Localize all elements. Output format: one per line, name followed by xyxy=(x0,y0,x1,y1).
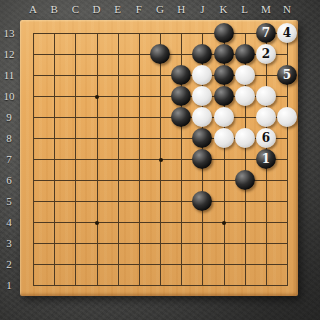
col-label-E: E xyxy=(110,2,126,16)
col-label-C: C xyxy=(67,2,83,16)
grid-line-horizontal xyxy=(33,285,288,286)
stone-white-L10[interactable] xyxy=(235,86,255,106)
row-label-1: 1 xyxy=(0,278,18,292)
move-number-label: 6 xyxy=(262,132,270,144)
row-label-13: 13 xyxy=(0,26,18,40)
star-point-D4 xyxy=(95,221,99,225)
stone-white-J11[interactable] xyxy=(192,65,212,85)
stone-black-J8[interactable] xyxy=(192,128,212,148)
stone-black-M7[interactable]: 1 xyxy=(256,149,276,169)
move-number-label: 4 xyxy=(283,27,291,39)
stone-black-G12[interactable] xyxy=(150,44,170,64)
row-label-8: 8 xyxy=(0,131,18,145)
stone-black-J12[interactable] xyxy=(192,44,212,64)
move-number-label: 1 xyxy=(262,153,270,165)
stone-white-K9[interactable] xyxy=(214,107,234,127)
row-label-11: 11 xyxy=(0,68,18,82)
grid-line-horizontal xyxy=(33,264,288,265)
stone-black-N11[interactable]: 5 xyxy=(277,65,297,85)
star-point-K4 xyxy=(222,221,226,225)
stone-white-M9[interactable] xyxy=(256,107,276,127)
col-label-D: D xyxy=(89,2,105,16)
stone-black-L6[interactable] xyxy=(235,170,255,190)
stone-white-K8[interactable] xyxy=(214,128,234,148)
grid-line-horizontal xyxy=(33,243,288,244)
stone-white-J9[interactable] xyxy=(192,107,212,127)
star-point-G7 xyxy=(159,158,163,162)
col-label-L: L xyxy=(237,2,253,16)
col-label-B: B xyxy=(46,2,62,16)
stone-black-J5[interactable] xyxy=(192,191,212,211)
stone-black-H11[interactable] xyxy=(171,65,191,85)
stone-black-K10[interactable] xyxy=(214,86,234,106)
move-number-label: 7 xyxy=(262,27,270,39)
stone-white-L11[interactable] xyxy=(235,65,255,85)
stone-black-J7[interactable] xyxy=(192,149,212,169)
col-label-F: F xyxy=(131,2,147,16)
col-label-N: N xyxy=(279,2,295,16)
row-label-6: 6 xyxy=(0,173,18,187)
row-label-12: 12 xyxy=(0,47,18,61)
col-label-M: M xyxy=(258,2,274,16)
stone-black-M13[interactable]: 7 xyxy=(256,23,276,43)
stone-white-L8[interactable] xyxy=(235,128,255,148)
move-number-label: 5 xyxy=(283,69,291,81)
col-label-A: A xyxy=(25,2,41,16)
row-label-7: 7 xyxy=(0,152,18,166)
stone-white-N13[interactable]: 4 xyxy=(277,23,297,43)
col-label-J: J xyxy=(194,2,210,16)
stone-white-M12[interactable]: 2 xyxy=(256,44,276,64)
stone-black-K13[interactable] xyxy=(214,23,234,43)
star-point-D10 xyxy=(95,95,99,99)
row-label-9: 9 xyxy=(0,110,18,124)
stone-white-N9[interactable] xyxy=(277,107,297,127)
stone-white-M10[interactable] xyxy=(256,86,276,106)
grid-line-horizontal xyxy=(33,222,288,223)
row-label-5: 5 xyxy=(0,194,18,208)
go-diagram: 751426 ABCDEFGHJKLMN13121110987654321 xyxy=(0,0,320,320)
stone-black-H10[interactable] xyxy=(171,86,191,106)
col-label-G: G xyxy=(152,2,168,16)
col-label-K: K xyxy=(216,2,232,16)
row-label-4: 4 xyxy=(0,215,18,229)
go-board[interactable]: 751426 xyxy=(20,20,298,296)
stone-black-H9[interactable] xyxy=(171,107,191,127)
stone-white-M8[interactable]: 6 xyxy=(256,128,276,148)
row-label-10: 10 xyxy=(0,89,18,103)
grid-line-horizontal xyxy=(33,201,288,202)
row-label-3: 3 xyxy=(0,236,18,250)
row-label-2: 2 xyxy=(0,257,18,271)
col-label-H: H xyxy=(173,2,189,16)
stone-black-K11[interactable] xyxy=(214,65,234,85)
move-number-label: 2 xyxy=(262,48,270,60)
stone-white-J10[interactable] xyxy=(192,86,212,106)
stone-black-K12[interactable] xyxy=(214,44,234,64)
stone-black-L12[interactable] xyxy=(235,44,255,64)
